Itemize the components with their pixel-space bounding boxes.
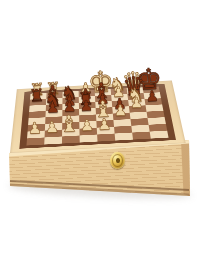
piece-wP-a2: ♟ (28, 121, 43, 137)
piece-wR-b8: ♜ (45, 80, 61, 98)
piece-bP-d7: ♟ (79, 87, 93, 102)
piece-wN-g6: ♞ (126, 85, 144, 105)
piece-bB-e7: ♝ (92, 80, 112, 102)
piece-wP-f7: ♟ (112, 85, 126, 100)
piece-wR-a8: ♜ (29, 81, 45, 99)
piece-bP-c6: ♟ (63, 93, 77, 108)
piece-wP-d2: ♟ (80, 118, 95, 134)
piece-bP-c5: ♟ (63, 100, 77, 115)
piece-wK-e8: ♚ (87, 67, 114, 97)
chess-set-photo: ♜♜♟♚♞♛♚♜♝♞♟♝♟♛♞♟♜♟♞♟♟♟♟♟♟♝♟♟♟♝♟♟ (0, 0, 200, 280)
piece-bN-c7: ♞ (60, 83, 78, 103)
pieces-layer: ♜♜♟♚♞♛♚♜♝♞♟♝♟♛♞♟♜♟♞♟♟♟♟♟♟♝♟♟♟♝♟♟ (4, 79, 187, 153)
clasp-keyhole (116, 158, 120, 163)
piece-bN-b6: ♞ (44, 90, 62, 110)
piece-wP-g5: ♟ (130, 96, 144, 111)
piece-bR-d6: ♜ (78, 90, 94, 108)
brass-clasp (110, 152, 125, 169)
piece-bR-a7: ♜ (29, 87, 45, 105)
piece-bK-h8: ♚ (135, 64, 162, 94)
piece-wB-c2: ♝ (58, 112, 79, 136)
piece-bP-e6: ♟ (96, 92, 110, 107)
piece-bP-d5: ♟ (79, 99, 93, 114)
piece-bQ-g7: ♛ (122, 74, 146, 101)
piece-wP-f4: ♟ (113, 103, 127, 119)
piece-wP-b2: ♟ (45, 120, 60, 136)
piece-wN-f8: ♞ (109, 75, 127, 94)
piece-bB-b7: ♝ (43, 83, 63, 105)
piece-wQ-g8: ♛ (121, 68, 145, 94)
piece-bP-b5: ♟ (46, 100, 60, 115)
piece-wP-e2: ♟ (97, 117, 112, 133)
piece-wB-e4: ♝ (93, 98, 114, 121)
board-perspective-wrap: ♜♜♟♚♞♛♚♜♝♞♟♝♟♛♞♟♜♟♞♟♟♟♟♟♟♝♟♟♟♝♟♟ (4, 79, 187, 153)
piece-wP-d8: ♟ (79, 81, 92, 96)
piece-bP-h6: ♟ (145, 89, 159, 104)
piece-bP-f5: ♟ (113, 97, 127, 112)
